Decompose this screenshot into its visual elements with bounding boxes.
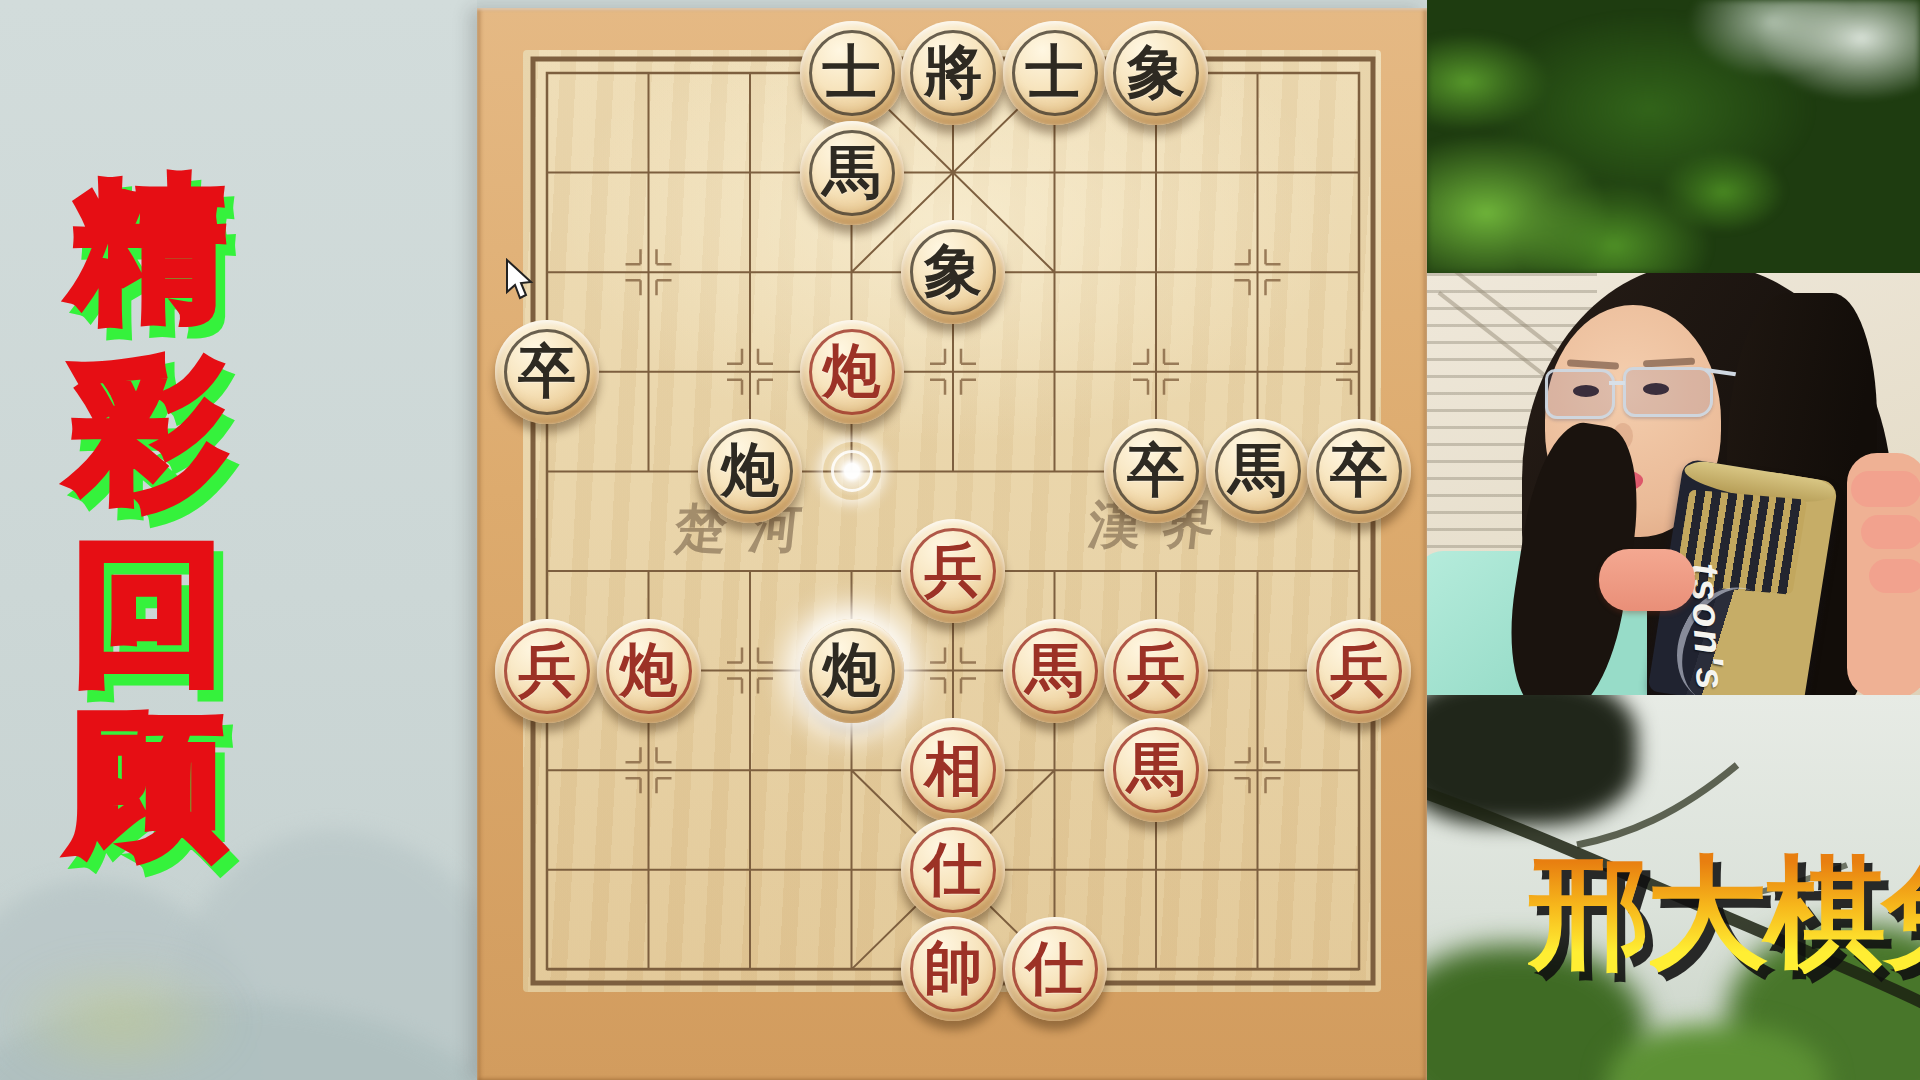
piece-glyph: 仕 [901, 818, 1005, 922]
piece-red-horse[interactable]: 馬 [1104, 718, 1208, 822]
piece-glyph: 士 [1003, 21, 1107, 125]
piece-glyph: 兵 [495, 619, 599, 723]
piece-red-cannon[interactable]: 炮 [597, 619, 701, 723]
piece-glyph: 炮 [597, 619, 701, 723]
piece-red-soldier[interactable]: 兵 [901, 519, 1005, 623]
piece-glyph: 兵 [1307, 619, 1411, 723]
highlights-banner: 精 彩 回 顾 精 彩 回 顾 [0, 0, 300, 900]
piece-glyph: 帥 [901, 917, 1005, 1021]
background-tint [0, 960, 240, 1080]
piece-glyph: 象 [1104, 21, 1208, 125]
banner-char: 顾 [72, 707, 224, 859]
glasses-bridge [1609, 381, 1625, 385]
piece-glyph: 炮 [800, 619, 904, 723]
piece-black-horse[interactable]: 馬 [1206, 419, 1310, 523]
piece-red-horse[interactable]: 馬 [1003, 619, 1107, 723]
piece-black-soldier[interactable]: 卒 [1104, 419, 1208, 523]
video-frame: 精 彩 回 顾 精 彩 回 顾 楚河 漢界 士將士象馬象卒炮炮卒馬卒兵兵炮炮馬兵… [0, 0, 1920, 1080]
finger [1851, 471, 1920, 507]
piece-black-general[interactable]: 將 [901, 21, 1005, 125]
piece-red-advisor[interactable]: 仕 [901, 818, 1005, 922]
glasses-lens [1623, 367, 1713, 417]
piece-black-advisor[interactable]: 士 [800, 21, 904, 125]
watermark-text: 邢大棋兔 [1528, 852, 1920, 974]
piece-black-soldier[interactable]: 卒 [495, 320, 599, 424]
piece-red-cannon[interactable]: 炮 [800, 320, 904, 424]
xiangqi-board[interactable]: 楚河 漢界 士將士象馬象卒炮炮卒馬卒兵兵炮炮馬兵兵相馬仕帥仕 [477, 8, 1427, 1080]
piece-red-general[interactable]: 帥 [901, 917, 1005, 1021]
pine-foliage-video [1427, 0, 1920, 273]
piece-glyph: 炮 [800, 320, 904, 424]
banner-char: 回 [72, 536, 224, 688]
foliage-texture [1427, 0, 1920, 273]
piece-black-elephant[interactable]: 象 [1104, 21, 1208, 125]
piece-red-soldier[interactable]: 兵 [1104, 619, 1208, 723]
webcam-video: tson's [1427, 273, 1920, 695]
piece-red-elephant[interactable]: 相 [901, 718, 1005, 822]
piece-black-cannon[interactable]: 炮 [698, 419, 802, 523]
piece-glyph: 仕 [1003, 917, 1107, 1021]
piece-red-soldier[interactable]: 兵 [495, 619, 599, 723]
piece-glyph: 馬 [1206, 419, 1310, 523]
piece-black-elephant[interactable]: 象 [901, 220, 1005, 324]
last-move-origin-marker [823, 442, 881, 500]
mouse-cursor [505, 258, 539, 304]
piece-red-advisor[interactable]: 仕 [1003, 917, 1107, 1021]
thumb [1599, 549, 1695, 611]
piece-glyph: 馬 [1104, 718, 1208, 822]
piece-glyph: 象 [901, 220, 1005, 324]
piece-glyph: 炮 [698, 419, 802, 523]
channel-watermark: 邢大棋兔 邢大棋兔 [1528, 852, 1920, 1002]
piece-red-soldier[interactable]: 兵 [1307, 619, 1411, 723]
piece-glyph: 兵 [1104, 619, 1208, 723]
banner-char: 彩 [72, 354, 224, 506]
piece-glyph: 卒 [1104, 419, 1208, 523]
piece-glyph: 士 [800, 21, 904, 125]
piece-black-soldier[interactable]: 卒 [1307, 419, 1411, 523]
glasses-lens [1545, 369, 1615, 419]
piece-black-advisor[interactable]: 士 [1003, 21, 1107, 125]
piece-glyph: 馬 [1003, 619, 1107, 723]
banner-char: 精 [72, 172, 224, 324]
piece-glyph: 卒 [495, 320, 599, 424]
piece-glyph: 兵 [901, 519, 1005, 623]
piece-glyph: 馬 [800, 121, 904, 225]
finger [1869, 559, 1920, 593]
piece-glyph: 將 [901, 21, 1005, 125]
piece-black-cannon[interactable]: 炮 [800, 619, 904, 723]
piece-glyph: 相 [901, 718, 1005, 822]
piece-glyph: 卒 [1307, 419, 1411, 523]
finger [1861, 515, 1920, 549]
piece-black-horse[interactable]: 馬 [800, 121, 904, 225]
